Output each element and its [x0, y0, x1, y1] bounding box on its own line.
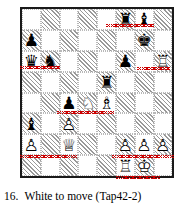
square-g4 [135, 93, 154, 114]
square-f5 [116, 72, 135, 93]
caption: 16.White to move (Tap42-2) [4, 190, 176, 202]
square-g5 [135, 72, 154, 93]
piece-black-king: ♚ [137, 30, 152, 50]
white-piece-outline: ♖ [118, 156, 133, 176]
square-a3: ♝ [22, 113, 41, 134]
square-h4 [154, 93, 173, 114]
square-h3 [154, 113, 173, 134]
square-d2 [78, 134, 97, 155]
square-d1 [78, 155, 97, 176]
chess-board: ♜♝♟♚♛♞♟♜♖♜♟♞♘♝♗♝♟♙♟♙♛♕♟♙♟♙♟♙♜♖♚♔ [20, 7, 174, 178]
square-a1 [22, 155, 41, 176]
piece-white-bishop: ♝♗ [99, 93, 114, 113]
white-piece-outline: ♙ [155, 135, 170, 155]
square-c6 [60, 51, 79, 72]
white-piece-outline: ♙ [118, 135, 133, 155]
piece-black-pawn: ♟ [61, 93, 76, 113]
square-d7 [78, 30, 97, 51]
square-b1 [41, 155, 60, 176]
caption-number: 16. [4, 190, 18, 202]
piece-black-pawn: ♟ [24, 30, 39, 50]
piece-white-pawn: ♟♙ [155, 135, 170, 155]
square-h8 [154, 9, 173, 30]
square-f4 [116, 93, 135, 114]
square-b5 [41, 72, 60, 93]
square-c1 [60, 155, 79, 176]
white-piece-outline: ♕ [61, 135, 76, 155]
red-squiggle-c4-e4 [57, 111, 115, 114]
square-h2: ♟♙ [154, 134, 173, 155]
square-d8 [78, 9, 97, 30]
red-squiggle-a6-b6 [20, 66, 60, 69]
square-e7 [97, 30, 116, 51]
square-a7: ♟ [22, 30, 41, 51]
square-e5: ♜ [97, 72, 116, 93]
white-piece-outline: ♘ [80, 93, 95, 113]
piece-white-pawn: ♟♙ [24, 135, 39, 155]
piece-white-pawn: ♟♙ [61, 114, 76, 134]
square-c2: ♛♕ [60, 134, 79, 155]
square-a5 [22, 72, 41, 93]
white-piece-outline: ♙ [61, 114, 76, 134]
white-piece-outline: ♔ [137, 156, 152, 176]
square-f7 [116, 30, 135, 51]
square-e2 [97, 134, 116, 155]
white-piece-outline: ♙ [137, 135, 152, 155]
red-squiggle-g6-h6 [137, 67, 170, 70]
caption-text: White to move (Tap42-2) [24, 190, 141, 202]
square-b3 [41, 113, 60, 134]
square-d6 [78, 51, 97, 72]
square-h5 [154, 72, 173, 93]
square-a2: ♟♙ [22, 134, 41, 155]
square-a8 [22, 9, 41, 30]
square-b2 [41, 134, 60, 155]
square-f6: ♟ [116, 51, 135, 72]
square-a4 [22, 93, 41, 114]
square-f1: ♜♖ [116, 155, 135, 176]
square-b7 [41, 30, 60, 51]
square-c3: ♟♙ [60, 113, 79, 134]
square-b8 [41, 9, 60, 30]
red-squiggle-f2-h2 [112, 155, 174, 158]
red-squiggle-f1-g1 [116, 176, 160, 179]
square-e3 [97, 113, 116, 134]
piece-black-bishop: ♝ [24, 114, 39, 134]
red-squiggle-f8-g8 [106, 24, 154, 27]
piece-white-queen: ♛♕ [61, 135, 76, 155]
square-e6 [97, 51, 116, 72]
square-c5 [60, 72, 79, 93]
square-g2: ♟♙ [135, 134, 154, 155]
square-e1 [97, 155, 116, 176]
square-h7 [154, 30, 173, 51]
white-piece-outline: ♗ [99, 93, 114, 113]
piece-black-rook: ♜ [99, 72, 114, 92]
white-piece-outline: ♙ [24, 135, 39, 155]
square-g7: ♚ [135, 30, 154, 51]
piece-white-knight: ♞♘ [80, 93, 95, 113]
red-squiggle-a2-c2 [20, 155, 78, 158]
square-f3 [116, 113, 135, 134]
square-h1 [154, 155, 173, 176]
piece-black-pawn: ♟ [118, 51, 133, 71]
piece-white-rook: ♜♖ [118, 156, 133, 176]
diagram-page: ♜♝♟♚♛♞♟♜♖♜♟♞♘♝♗♝♟♙♟♙♛♕♟♙♟♙♟♙♜♖♚♔ 16.Whit… [0, 0, 178, 214]
square-g1: ♚♔ [135, 155, 154, 176]
square-d5 [78, 72, 97, 93]
square-c7 [60, 30, 79, 51]
piece-white-pawn: ♟♙ [118, 135, 133, 155]
piece-white-king: ♚♔ [137, 156, 152, 176]
square-c8 [60, 9, 79, 30]
piece-white-pawn: ♟♙ [137, 135, 152, 155]
square-g3 [135, 113, 154, 134]
square-f2: ♟♙ [116, 134, 135, 155]
square-d3 [78, 113, 97, 134]
